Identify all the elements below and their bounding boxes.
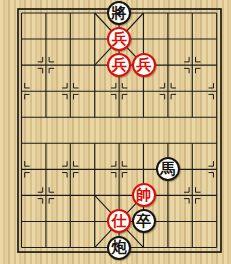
xiangqi-board: 將兵兵兵馬帥仕卒炮: [0, 0, 231, 264]
piece-red-general[interactable]: 帥: [132, 183, 156, 207]
piece-red-soldier-1[interactable]: 兵: [107, 27, 131, 51]
pieces-layer: 將兵兵兵馬帥仕卒炮: [0, 0, 231, 264]
piece-red-soldier-2[interactable]: 兵: [107, 53, 131, 77]
piece-black-horse[interactable]: 馬: [156, 157, 180, 181]
piece-black-general[interactable]: 將: [107, 1, 131, 25]
piece-black-soldier[interactable]: 卒: [132, 209, 156, 233]
piece-red-soldier-3[interactable]: 兵: [132, 53, 156, 77]
piece-red-advisor[interactable]: 仕: [107, 209, 131, 233]
piece-black-cannon[interactable]: 炮: [107, 236, 131, 260]
